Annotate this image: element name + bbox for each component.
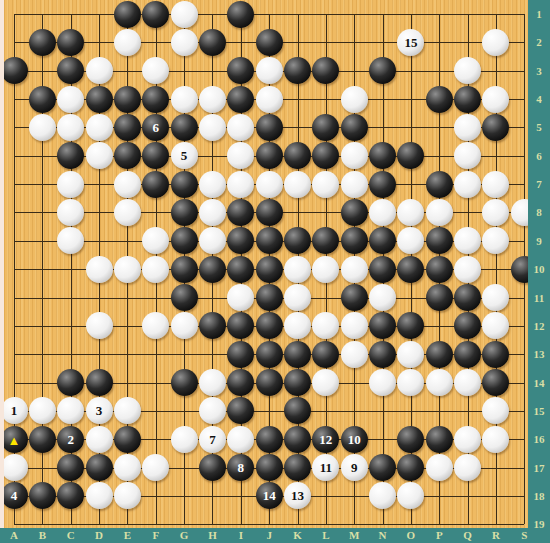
white-stone-R15[interactable] <box>482 397 509 424</box>
white-stone-B5[interactable] <box>29 114 56 141</box>
black-stone-O6[interactable] <box>397 142 424 169</box>
white-stone-N11[interactable] <box>369 284 396 311</box>
black-stone-Q13[interactable] <box>454 341 481 368</box>
white-stone-I5[interactable] <box>227 114 254 141</box>
white-stone-G16[interactable] <box>171 426 198 453</box>
white-stone-D18[interactable] <box>86 482 113 509</box>
black-stone-J2[interactable] <box>256 29 283 56</box>
black-stone-R14[interactable] <box>482 369 509 396</box>
white-stone-E8[interactable] <box>114 199 141 226</box>
white-stone-M10[interactable] <box>341 256 368 283</box>
black-stone-H12[interactable] <box>199 312 226 339</box>
column-label-N: N <box>373 528 393 542</box>
move-number-label: 4 <box>1 482 28 509</box>
white-stone-H5[interactable] <box>199 114 226 141</box>
black-stone-F5[interactable]: 6 <box>142 114 169 141</box>
black-stone-H2[interactable] <box>199 29 226 56</box>
black-stone-E1[interactable] <box>114 1 141 28</box>
white-stone-L17[interactable]: 11 <box>312 454 339 481</box>
go-diagram-screen: 156513▲271210811941413 12345678910111213… <box>0 0 550 543</box>
white-stone-R9[interactable] <box>482 227 509 254</box>
black-stone-L5[interactable] <box>312 114 339 141</box>
column-label-K: K <box>288 528 308 542</box>
black-stone-B2[interactable] <box>29 29 56 56</box>
black-stone-I15[interactable] <box>227 397 254 424</box>
black-stone-B4[interactable] <box>29 86 56 113</box>
black-stone-C2[interactable] <box>57 29 84 56</box>
black-stone-F4[interactable] <box>142 86 169 113</box>
row-label-6: 6 <box>528 149 550 163</box>
black-stone-J6[interactable] <box>256 142 283 169</box>
black-stone-I4[interactable] <box>227 86 254 113</box>
column-label-M: M <box>344 528 364 542</box>
black-stone-K9[interactable] <box>284 227 311 254</box>
white-stone-G1[interactable] <box>171 1 198 28</box>
black-stone-I14[interactable] <box>227 369 254 396</box>
white-stone-Q6[interactable] <box>454 142 481 169</box>
move-number-label: 3 <box>86 397 113 424</box>
black-stone-C16[interactable]: 2 <box>57 426 84 453</box>
column-label-J: J <box>259 528 279 542</box>
white-stone-Q7[interactable] <box>454 171 481 198</box>
column-label-A: A <box>4 528 24 542</box>
white-stone-L14[interactable] <box>312 369 339 396</box>
black-stone-J17[interactable] <box>256 454 283 481</box>
black-stone-I12[interactable] <box>227 312 254 339</box>
white-stone-Q14[interactable] <box>454 369 481 396</box>
white-stone-J7[interactable] <box>256 171 283 198</box>
white-stone-G2[interactable] <box>171 29 198 56</box>
move-number-label: 5 <box>171 142 198 169</box>
white-stone-M17[interactable]: 9 <box>341 454 368 481</box>
black-stone-M16[interactable]: 10 <box>341 426 368 453</box>
black-stone-I10[interactable] <box>227 256 254 283</box>
white-stone-L10[interactable] <box>312 256 339 283</box>
white-stone-K10[interactable] <box>284 256 311 283</box>
black-stone-A16[interactable]: ▲ <box>1 426 28 453</box>
white-stone-Q9[interactable] <box>454 227 481 254</box>
white-stone-K18[interactable]: 13 <box>284 482 311 509</box>
white-stone-D16[interactable] <box>86 426 113 453</box>
white-stone-B15[interactable] <box>29 397 56 424</box>
black-stone-G7[interactable] <box>171 171 198 198</box>
white-stone-R7[interactable] <box>482 171 509 198</box>
white-stone-M13[interactable] <box>341 341 368 368</box>
column-label-H: H <box>202 528 222 542</box>
black-stone-P11[interactable] <box>426 284 453 311</box>
white-stone-O2[interactable]: 15 <box>397 29 424 56</box>
white-stone-M6[interactable] <box>341 142 368 169</box>
black-stone-M8[interactable] <box>341 199 368 226</box>
white-stone-N18[interactable] <box>369 482 396 509</box>
white-stone-P14[interactable] <box>426 369 453 396</box>
black-stone-E16[interactable] <box>114 426 141 453</box>
white-stone-Q16[interactable] <box>454 426 481 453</box>
row-label-4: 4 <box>528 92 550 106</box>
black-stone-L6[interactable] <box>312 142 339 169</box>
row-label-8: 8 <box>528 205 550 219</box>
black-stone-I9[interactable] <box>227 227 254 254</box>
move-number-label: 2 <box>57 426 84 453</box>
black-stone-P13[interactable] <box>426 341 453 368</box>
black-stone-B18[interactable] <box>29 482 56 509</box>
white-stone-C7[interactable] <box>57 171 84 198</box>
black-stone-I3[interactable] <box>227 57 254 84</box>
black-stone-M9[interactable] <box>341 227 368 254</box>
column-label-L: L <box>316 528 336 542</box>
white-stone-A17[interactable] <box>1 454 28 481</box>
black-stone-G10[interactable] <box>171 256 198 283</box>
white-stone-M7[interactable] <box>341 171 368 198</box>
black-stone-L3[interactable] <box>312 57 339 84</box>
black-stone-K15[interactable] <box>284 397 311 424</box>
black-stone-D17[interactable] <box>86 454 113 481</box>
black-stone-O17[interactable] <box>397 454 424 481</box>
row-label-11: 11 <box>528 291 550 305</box>
column-label-B: B <box>32 528 52 542</box>
black-stone-N13[interactable] <box>369 341 396 368</box>
white-stone-J4[interactable] <box>256 86 283 113</box>
black-stone-O10[interactable] <box>397 256 424 283</box>
white-stone-H8[interactable] <box>199 199 226 226</box>
black-stone-G8[interactable] <box>171 199 198 226</box>
row-label-15: 15 <box>528 404 550 418</box>
black-stone-J12[interactable] <box>256 312 283 339</box>
white-stone-R8[interactable] <box>482 199 509 226</box>
black-stone-A18[interactable]: 4 <box>1 482 28 509</box>
white-stone-C9[interactable] <box>57 227 84 254</box>
black-stone-B16[interactable] <box>29 426 56 453</box>
white-stone-D15[interactable]: 3 <box>86 397 113 424</box>
move-number-label: 8 <box>227 454 254 481</box>
row-label-17: 17 <box>528 461 550 475</box>
black-stone-K6[interactable] <box>284 142 311 169</box>
black-stone-H10[interactable] <box>199 256 226 283</box>
black-stone-G14[interactable] <box>171 369 198 396</box>
black-stone-E4[interactable] <box>114 86 141 113</box>
white-stone-F10[interactable] <box>142 256 169 283</box>
column-label-Q: Q <box>458 528 478 542</box>
black-stone-Q12[interactable] <box>454 312 481 339</box>
white-stone-O18[interactable] <box>397 482 424 509</box>
black-stone-P10[interactable] <box>426 256 453 283</box>
column-label-E: E <box>117 528 137 542</box>
black-stone-E6[interactable] <box>114 142 141 169</box>
black-stone-J14[interactable] <box>256 369 283 396</box>
black-stone-O16[interactable] <box>397 426 424 453</box>
black-stone-D4[interactable] <box>86 86 113 113</box>
white-stone-Q10[interactable] <box>454 256 481 283</box>
black-stone-P16[interactable] <box>426 426 453 453</box>
black-stone-F7[interactable] <box>142 171 169 198</box>
white-stone-I11[interactable] <box>227 284 254 311</box>
black-stone-N12[interactable] <box>369 312 396 339</box>
column-label-G: G <box>174 528 194 542</box>
white-stone-M4[interactable] <box>341 86 368 113</box>
black-stone-I13[interactable] <box>227 341 254 368</box>
black-stone-A3[interactable] <box>1 57 28 84</box>
white-stone-M12[interactable] <box>341 312 368 339</box>
black-stone-I8[interactable] <box>227 199 254 226</box>
row-label-3: 3 <box>528 64 550 78</box>
white-stone-A15[interactable]: 1 <box>1 397 28 424</box>
black-stone-Q4[interactable] <box>454 86 481 113</box>
row-label-1: 1 <box>528 7 550 21</box>
white-stone-R2[interactable] <box>482 29 509 56</box>
white-stone-F3[interactable] <box>142 57 169 84</box>
white-stone-R16[interactable] <box>482 426 509 453</box>
white-stone-H15[interactable] <box>199 397 226 424</box>
black-stone-J10[interactable] <box>256 256 283 283</box>
move-number-label: 6 <box>142 114 169 141</box>
row-label-12: 12 <box>528 319 550 333</box>
move-number-label: 11 <box>312 454 339 481</box>
white-stone-P17[interactable] <box>426 454 453 481</box>
black-stone-C14[interactable] <box>57 369 84 396</box>
white-stone-E7[interactable] <box>114 171 141 198</box>
white-stone-K11[interactable] <box>284 284 311 311</box>
row-label-10: 10 <box>528 262 550 276</box>
white-stone-D3[interactable] <box>86 57 113 84</box>
column-coordinate-strip: ABCDEFGHIJKLMNOPQRS <box>0 528 528 543</box>
white-stone-C15[interactable] <box>57 397 84 424</box>
white-stone-O14[interactable] <box>397 369 424 396</box>
black-stone-N9[interactable] <box>369 227 396 254</box>
row-label-13: 13 <box>528 347 550 361</box>
black-stone-K17[interactable] <box>284 454 311 481</box>
black-stone-G5[interactable] <box>171 114 198 141</box>
column-label-R: R <box>486 528 506 542</box>
black-stone-I1[interactable] <box>227 1 254 28</box>
black-stone-C17[interactable] <box>57 454 84 481</box>
black-stone-N6[interactable] <box>369 142 396 169</box>
grid-line-horizontal <box>14 524 524 525</box>
white-stone-H9[interactable] <box>199 227 226 254</box>
move-number-label: 13 <box>284 482 311 509</box>
black-stone-D14[interactable] <box>86 369 113 396</box>
black-stone-L16[interactable]: 12 <box>312 426 339 453</box>
row-label-14: 14 <box>528 376 550 390</box>
black-stone-P4[interactable] <box>426 86 453 113</box>
white-stone-K7[interactable] <box>284 171 311 198</box>
column-label-P: P <box>429 528 449 542</box>
move-number-label: 1 <box>1 397 28 424</box>
white-stone-E17[interactable] <box>114 454 141 481</box>
move-number-label: 10 <box>341 426 368 453</box>
column-label-I: I <box>231 528 251 542</box>
white-stone-R12[interactable] <box>482 312 509 339</box>
white-stone-D5[interactable] <box>86 114 113 141</box>
white-stone-O9[interactable] <box>397 227 424 254</box>
white-stone-C4[interactable] <box>57 86 84 113</box>
column-label-C: C <box>61 528 81 542</box>
black-stone-K14[interactable] <box>284 369 311 396</box>
black-stone-M11[interactable] <box>341 284 368 311</box>
white-stone-D12[interactable] <box>86 312 113 339</box>
column-label-S: S <box>514 528 534 542</box>
black-stone-F1[interactable] <box>142 1 169 28</box>
move-number-label: 7 <box>199 426 226 453</box>
black-stone-J5[interactable] <box>256 114 283 141</box>
triangle-marker: ▲ <box>1 426 28 453</box>
white-stone-E18[interactable] <box>114 482 141 509</box>
black-stone-N7[interactable] <box>369 171 396 198</box>
white-stone-H4[interactable] <box>199 86 226 113</box>
black-stone-L9[interactable] <box>312 227 339 254</box>
white-stone-Q5[interactable] <box>454 114 481 141</box>
board-left-margin <box>0 0 4 528</box>
white-stone-I6[interactable] <box>227 142 254 169</box>
black-stone-C18[interactable] <box>57 482 84 509</box>
black-stone-C6[interactable] <box>57 142 84 169</box>
row-label-7: 7 <box>528 177 550 191</box>
white-stone-L12[interactable] <box>312 312 339 339</box>
white-stone-J3[interactable] <box>256 57 283 84</box>
black-stone-K3[interactable] <box>284 57 311 84</box>
white-stone-N14[interactable] <box>369 369 396 396</box>
row-label-2: 2 <box>528 35 550 49</box>
white-stone-K12[interactable] <box>284 312 311 339</box>
move-number-label: 9 <box>341 454 368 481</box>
white-stone-I7[interactable] <box>227 171 254 198</box>
black-stone-G11[interactable] <box>171 284 198 311</box>
white-stone-G4[interactable] <box>171 86 198 113</box>
black-stone-J18[interactable]: 14 <box>256 482 283 509</box>
white-stone-C5[interactable] <box>57 114 84 141</box>
black-stone-F6[interactable] <box>142 142 169 169</box>
row-label-5: 5 <box>528 120 550 134</box>
black-stone-P7[interactable] <box>426 171 453 198</box>
column-label-D: D <box>89 528 109 542</box>
white-stone-D6[interactable] <box>86 142 113 169</box>
go-board[interactable]: 156513▲271210811941413 <box>0 0 528 528</box>
white-stone-F12[interactable] <box>142 312 169 339</box>
black-stone-P9[interactable] <box>426 227 453 254</box>
row-label-9: 9 <box>528 234 550 248</box>
row-label-18: 18 <box>528 489 550 503</box>
black-stone-J9[interactable] <box>256 227 283 254</box>
white-stone-E10[interactable] <box>114 256 141 283</box>
white-stone-P8[interactable] <box>426 199 453 226</box>
white-stone-G6[interactable]: 5 <box>171 142 198 169</box>
black-stone-E5[interactable] <box>114 114 141 141</box>
white-stone-H14[interactable] <box>199 369 226 396</box>
white-stone-D10[interactable] <box>86 256 113 283</box>
black-stone-I17[interactable]: 8 <box>227 454 254 481</box>
white-stone-L7[interactable] <box>312 171 339 198</box>
white-stone-R4[interactable] <box>482 86 509 113</box>
black-stone-J8[interactable] <box>256 199 283 226</box>
white-stone-R11[interactable] <box>482 284 509 311</box>
black-stone-R13[interactable] <box>482 341 509 368</box>
black-stone-Q11[interactable] <box>454 284 481 311</box>
column-label-F: F <box>146 528 166 542</box>
black-stone-M5[interactable] <box>341 114 368 141</box>
black-stone-K16[interactable] <box>284 426 311 453</box>
black-stone-C3[interactable] <box>57 57 84 84</box>
column-label-O: O <box>401 528 421 542</box>
white-stone-O13[interactable] <box>397 341 424 368</box>
white-stone-F9[interactable] <box>142 227 169 254</box>
move-number-label: 15 <box>397 29 424 56</box>
black-stone-R5[interactable] <box>482 114 509 141</box>
white-stone-H16[interactable]: 7 <box>199 426 226 453</box>
black-stone-J16[interactable] <box>256 426 283 453</box>
black-stone-N17[interactable] <box>369 454 396 481</box>
black-stone-L13[interactable] <box>312 341 339 368</box>
black-stone-J11[interactable] <box>256 284 283 311</box>
white-stone-E2[interactable] <box>114 29 141 56</box>
move-number-label: 14 <box>256 482 283 509</box>
white-stone-O8[interactable] <box>397 199 424 226</box>
white-stone-G12[interactable] <box>171 312 198 339</box>
white-stone-E15[interactable] <box>114 397 141 424</box>
white-stone-F17[interactable] <box>142 454 169 481</box>
white-stone-H7[interactable] <box>199 171 226 198</box>
white-stone-N8[interactable] <box>369 199 396 226</box>
black-stone-O12[interactable] <box>397 312 424 339</box>
black-stone-J13[interactable] <box>256 341 283 368</box>
black-stone-K13[interactable] <box>284 341 311 368</box>
black-stone-H17[interactable] <box>199 454 226 481</box>
black-stone-G9[interactable] <box>171 227 198 254</box>
white-stone-C8[interactable] <box>57 199 84 226</box>
white-stone-Q3[interactable] <box>454 57 481 84</box>
white-stone-I16[interactable] <box>227 426 254 453</box>
row-label-16: 16 <box>528 432 550 446</box>
black-stone-N3[interactable] <box>369 57 396 84</box>
white-stone-Q17[interactable] <box>454 454 481 481</box>
move-number-label: 12 <box>312 426 339 453</box>
black-stone-N10[interactable] <box>369 256 396 283</box>
row-coordinate-strip: 12345678910111213141516171819 <box>528 0 550 543</box>
